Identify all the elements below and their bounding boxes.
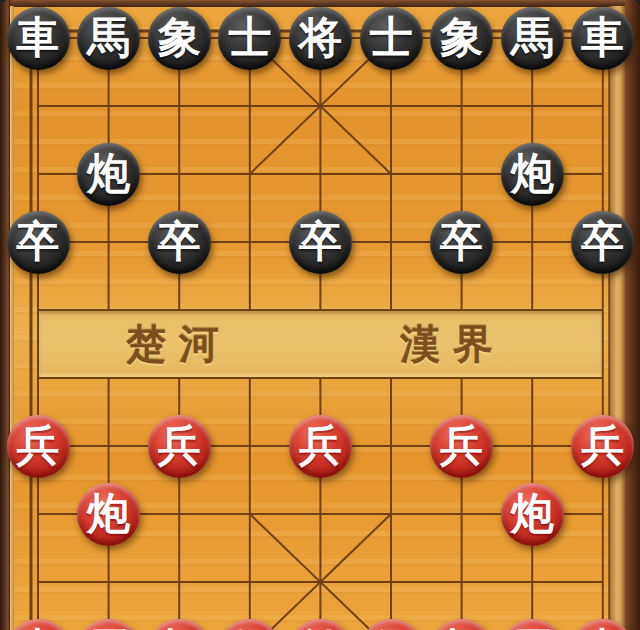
piece-black-soldier[interactable]: 卒 bbox=[148, 211, 211, 274]
piece-red-cannon[interactable]: 炮 bbox=[501, 483, 564, 546]
piece-red-cannon[interactable]: 炮 bbox=[77, 483, 140, 546]
piece-glyph: 士 bbox=[370, 16, 413, 59]
piece-glyph: 炮 bbox=[511, 152, 554, 195]
piece-glyph: 馬 bbox=[87, 16, 130, 59]
river-text-left: 楚河 bbox=[126, 317, 232, 372]
frame-left-edge bbox=[0, 0, 10, 630]
piece-red-soldier[interactable]: 兵 bbox=[430, 415, 493, 478]
piece-glyph: 車 bbox=[17, 16, 60, 59]
piece-glyph: 兵 bbox=[299, 424, 342, 467]
piece-glyph: 炮 bbox=[87, 492, 130, 535]
piece-glyph: 炮 bbox=[87, 152, 130, 195]
piece-black-chariot[interactable]: 車 bbox=[571, 7, 634, 70]
frame-right-trim bbox=[610, 6, 625, 630]
piece-black-general[interactable]: 将 bbox=[289, 7, 352, 70]
xiangqi-app: 楚河 漢界 車馬象士将士象馬車炮炮卒卒卒卒卒兵兵兵兵兵炮炮車馬相仕帥仕相馬車 bbox=[0, 0, 640, 630]
piece-glyph: 兵 bbox=[158, 424, 201, 467]
piece-black-advisor[interactable]: 士 bbox=[360, 7, 423, 70]
frame-right-edge bbox=[625, 0, 640, 630]
piece-glyph: 卒 bbox=[17, 220, 60, 263]
piece-glyph: 兵 bbox=[440, 424, 483, 467]
piece-black-chariot[interactable]: 車 bbox=[7, 7, 70, 70]
piece-black-soldier[interactable]: 卒 bbox=[430, 211, 493, 274]
piece-glyph: 象 bbox=[440, 16, 483, 59]
piece-black-horse[interactable]: 馬 bbox=[77, 7, 140, 70]
piece-red-soldier[interactable]: 兵 bbox=[289, 415, 352, 478]
piece-black-cannon[interactable]: 炮 bbox=[77, 143, 140, 206]
piece-black-soldier[interactable]: 卒 bbox=[289, 211, 352, 274]
river-band: 楚河 漢界 bbox=[39, 311, 602, 377]
piece-red-soldier[interactable]: 兵 bbox=[148, 415, 211, 478]
piece-black-horse[interactable]: 馬 bbox=[501, 7, 564, 70]
piece-glyph: 兵 bbox=[17, 424, 60, 467]
piece-glyph: 象 bbox=[158, 16, 201, 59]
piece-red-soldier[interactable]: 兵 bbox=[7, 415, 70, 478]
piece-glyph: 卒 bbox=[158, 220, 201, 263]
piece-glyph: 卒 bbox=[581, 220, 624, 263]
piece-black-soldier[interactable]: 卒 bbox=[7, 211, 70, 274]
piece-glyph: 炮 bbox=[511, 492, 554, 535]
piece-black-elephant[interactable]: 象 bbox=[148, 7, 211, 70]
river-text-right: 漢界 bbox=[400, 317, 506, 372]
piece-black-elephant[interactable]: 象 bbox=[430, 7, 493, 70]
piece-black-cannon[interactable]: 炮 bbox=[501, 143, 564, 206]
piece-black-advisor[interactable]: 士 bbox=[218, 7, 281, 70]
piece-glyph: 卒 bbox=[299, 220, 342, 263]
piece-red-soldier[interactable]: 兵 bbox=[571, 415, 634, 478]
piece-glyph: 将 bbox=[299, 16, 342, 59]
frame-top-edge bbox=[0, 0, 640, 7]
piece-glyph: 兵 bbox=[581, 424, 624, 467]
piece-glyph: 卒 bbox=[440, 220, 483, 263]
piece-glyph: 士 bbox=[228, 16, 271, 59]
piece-black-soldier[interactable]: 卒 bbox=[571, 211, 634, 274]
frame-left-trim bbox=[10, 6, 14, 630]
piece-glyph: 馬 bbox=[511, 16, 554, 59]
piece-glyph: 車 bbox=[581, 16, 624, 59]
